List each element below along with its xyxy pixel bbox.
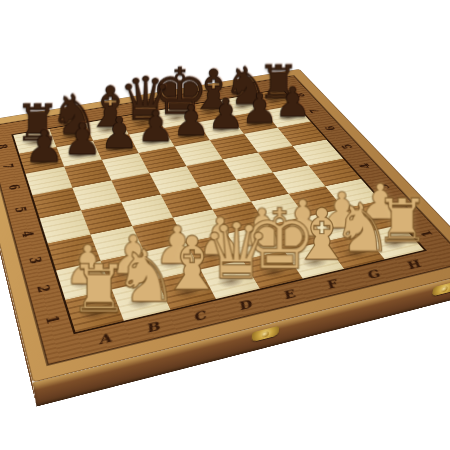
square-h6[interactable] <box>278 122 327 146</box>
board-frame: ♜♞♝♛♚♝♞♜♟♟♟♟♟♟♟♟♟♟♟♟♟♟♟♟♜♞♝♛♚♝♞♜ <box>0 76 450 365</box>
piece-black-pawn[interactable]: ♟ <box>207 93 245 135</box>
square-a1[interactable]: ♜ <box>65 290 123 333</box>
piece-white-rook[interactable]: ♜ <box>69 257 128 323</box>
squares-grid: ♜♞♝♛♚♝♞♜♟♟♟♟♟♟♟♟♟♟♟♟♟♟♟♟♜♞♝♛♚♝♞♜ <box>11 88 427 334</box>
piece-black-pawn[interactable]: ♟ <box>100 111 139 154</box>
square-a6[interactable] <box>26 167 73 196</box>
chess-set-photo: ♜♞♝♛♚♝♞♜♟♟♟♟♟♟♟♟♟♟♟♟♟♟♟♟♜♞♝♛♚♝♞♜ 1122334… <box>0 0 450 450</box>
piece-black-pawn[interactable]: ♟ <box>63 117 102 161</box>
piece-black-pawn[interactable]: ♟ <box>137 105 176 148</box>
piece-black-pawn[interactable]: ♟ <box>274 82 311 123</box>
chess-board: ♜♞♝♛♚♝♞♜♟♟♟♟♟♟♟♟♟♟♟♟♟♟♟♟♜♞♝♛♚♝♞♜ 1122334… <box>0 69 450 383</box>
brass-clasp-icon <box>432 281 450 296</box>
piece-black-pawn[interactable]: ♟ <box>172 99 210 141</box>
brass-clasp-icon <box>251 326 279 342</box>
piece-black-pawn[interactable]: ♟ <box>241 88 278 130</box>
piece-black-pawn[interactable]: ♟ <box>24 124 64 169</box>
